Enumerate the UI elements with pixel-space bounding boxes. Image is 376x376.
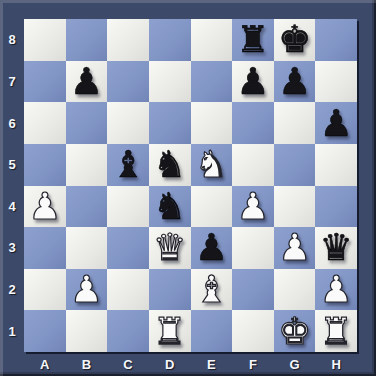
rank-label-6: 6 xyxy=(0,102,24,144)
square-d3[interactable]: ♛ xyxy=(149,227,191,269)
square-b8[interactable] xyxy=(66,19,108,61)
square-c5[interactable]: ♝ xyxy=(107,144,149,186)
square-g2[interactable] xyxy=(274,269,316,311)
square-g5[interactable] xyxy=(274,144,316,186)
white-pawn[interactable]: ♟ xyxy=(236,188,269,225)
square-d4[interactable]: ♞ xyxy=(149,186,191,228)
file-label-g: G xyxy=(274,352,316,376)
rank-label-3: 3 xyxy=(0,227,24,269)
square-h4[interactable] xyxy=(315,186,357,228)
white-pawn[interactable]: ♟ xyxy=(28,188,61,225)
black-bishop[interactable]: ♝ xyxy=(111,146,144,183)
white-king[interactable]: ♚ xyxy=(278,313,311,350)
square-d2[interactable] xyxy=(149,269,191,311)
square-h1[interactable]: ♜ xyxy=(315,310,357,352)
black-rook[interactable]: ♜ xyxy=(236,21,269,58)
black-pawn[interactable]: ♟ xyxy=(320,105,353,142)
chess-board-frame: 87654321 ♜♚♟♟♟♟♝♞♞♟♞♟♛♟♟♛♟♝♟♜♚♜ ABCDEFGH xyxy=(0,0,376,376)
file-label-c: C xyxy=(107,352,149,376)
square-f2[interactable] xyxy=(232,269,274,311)
rank-label-4: 4 xyxy=(0,186,24,228)
square-f7[interactable]: ♟ xyxy=(232,61,274,103)
square-g4[interactable] xyxy=(274,186,316,228)
white-knight[interactable]: ♞ xyxy=(195,146,228,183)
square-e4[interactable] xyxy=(191,186,233,228)
square-g7[interactable]: ♟ xyxy=(274,61,316,103)
rank-label-5: 5 xyxy=(0,144,24,186)
square-g1[interactable]: ♚ xyxy=(274,310,316,352)
file-labels: ABCDEFGH xyxy=(24,352,357,376)
square-b4[interactable] xyxy=(66,186,108,228)
square-e3[interactable]: ♟ xyxy=(191,227,233,269)
rank-labels: 87654321 xyxy=(0,19,24,352)
square-c4[interactable] xyxy=(107,186,149,228)
square-d6[interactable] xyxy=(149,102,191,144)
square-b7[interactable]: ♟ xyxy=(66,61,108,103)
file-label-a: A xyxy=(24,352,66,376)
black-king[interactable]: ♚ xyxy=(278,21,311,58)
square-b3[interactable] xyxy=(66,227,108,269)
square-d7[interactable] xyxy=(149,61,191,103)
black-pawn[interactable]: ♟ xyxy=(236,63,269,100)
square-a2[interactable] xyxy=(24,269,66,311)
square-b1[interactable] xyxy=(66,310,108,352)
square-c8[interactable] xyxy=(107,19,149,61)
square-a8[interactable] xyxy=(24,19,66,61)
square-d5[interactable]: ♞ xyxy=(149,144,191,186)
square-f5[interactable] xyxy=(232,144,274,186)
square-c1[interactable] xyxy=(107,310,149,352)
square-a5[interactable] xyxy=(24,144,66,186)
square-f1[interactable] xyxy=(232,310,274,352)
white-rook[interactable]: ♜ xyxy=(153,313,186,350)
square-h5[interactable] xyxy=(315,144,357,186)
black-knight[interactable]: ♞ xyxy=(153,146,186,183)
square-h6[interactable]: ♟ xyxy=(315,102,357,144)
square-c3[interactable] xyxy=(107,227,149,269)
square-c7[interactable] xyxy=(107,61,149,103)
square-e5[interactable]: ♞ xyxy=(191,144,233,186)
white-pawn[interactable]: ♟ xyxy=(278,229,311,266)
square-e8[interactable] xyxy=(191,19,233,61)
file-label-f: F xyxy=(232,352,274,376)
rank-label-7: 7 xyxy=(0,61,24,103)
square-e6[interactable] xyxy=(191,102,233,144)
square-b6[interactable] xyxy=(66,102,108,144)
white-rook[interactable]: ♜ xyxy=(320,313,353,350)
square-b5[interactable] xyxy=(66,144,108,186)
square-g8[interactable]: ♚ xyxy=(274,19,316,61)
white-queen[interactable]: ♛ xyxy=(153,229,186,266)
square-b2[interactable]: ♟ xyxy=(66,269,108,311)
square-f6[interactable] xyxy=(232,102,274,144)
square-a7[interactable] xyxy=(24,61,66,103)
file-label-d: D xyxy=(149,352,191,376)
square-d1[interactable]: ♜ xyxy=(149,310,191,352)
square-h2[interactable]: ♟ xyxy=(315,269,357,311)
square-f4[interactable]: ♟ xyxy=(232,186,274,228)
square-e7[interactable] xyxy=(191,61,233,103)
square-h3[interactable]: ♛ xyxy=(315,227,357,269)
square-h7[interactable] xyxy=(315,61,357,103)
file-label-e: E xyxy=(191,352,233,376)
file-label-b: B xyxy=(66,352,108,376)
file-label-h: H xyxy=(315,352,357,376)
square-g3[interactable]: ♟ xyxy=(274,227,316,269)
square-d8[interactable] xyxy=(149,19,191,61)
black-pawn[interactable]: ♟ xyxy=(278,63,311,100)
white-pawn[interactable]: ♟ xyxy=(320,271,353,308)
white-bishop[interactable]: ♝ xyxy=(195,271,228,308)
square-g6[interactable] xyxy=(274,102,316,144)
black-queen[interactable]: ♛ xyxy=(320,229,353,266)
rank-label-8: 8 xyxy=(0,19,24,61)
black-pawn[interactable]: ♟ xyxy=(70,63,103,100)
square-c2[interactable] xyxy=(107,269,149,311)
square-c6[interactable] xyxy=(107,102,149,144)
rank-label-2: 2 xyxy=(0,269,24,311)
square-e1[interactable] xyxy=(191,310,233,352)
square-a6[interactable] xyxy=(24,102,66,144)
square-a4[interactable]: ♟ xyxy=(24,186,66,228)
white-pawn[interactable]: ♟ xyxy=(70,271,103,308)
square-f3[interactable] xyxy=(232,227,274,269)
board: ♜♚♟♟♟♟♝♞♞♟♞♟♛♟♟♛♟♝♟♜♚♜ xyxy=(24,19,357,352)
square-a1[interactable] xyxy=(24,310,66,352)
square-e2[interactable]: ♝ xyxy=(191,269,233,311)
square-h8[interactable] xyxy=(315,19,357,61)
rank-label-1: 1 xyxy=(0,310,24,352)
square-a3[interactable] xyxy=(24,227,66,269)
black-knight[interactable]: ♞ xyxy=(153,188,186,225)
square-f8[interactable]: ♜ xyxy=(232,19,274,61)
black-pawn[interactable]: ♟ xyxy=(195,229,228,266)
